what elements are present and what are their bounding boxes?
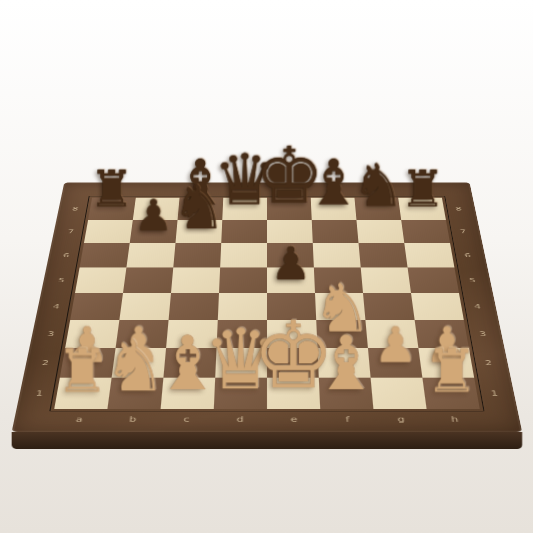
white-rook-glyph: ♜ <box>55 344 108 400</box>
black-pawn-glyph: ♟ <box>133 195 172 236</box>
black-rook-glyph: ♜ <box>89 166 134 213</box>
photo-scene: abcdefgh 87654321 87654321 ♜♝♛♚♝♞♜♟♞♟♞♟♟… <box>0 0 533 533</box>
white-king-glyph: ♚ <box>251 312 334 400</box>
rank-label-5: 5 <box>48 268 75 294</box>
piece-white-bishop-c1[interactable]: ♝ <box>160 378 215 409</box>
piece-black-king-e8[interactable]: ♚ <box>267 198 312 220</box>
piece-white-knight-b1[interactable]: ♞ <box>107 378 163 409</box>
black-king-glyph: ♚ <box>254 140 324 214</box>
piece-black-knight-g8[interactable]: ♞ <box>354 198 401 220</box>
white-rook-glyph: ♜ <box>425 344 478 400</box>
rank-label-7: 7 <box>450 220 475 243</box>
piece-black-rook-h8[interactable]: ♜ <box>398 198 446 220</box>
rank-label-7: 7 <box>58 220 83 243</box>
chess-board: abcdefgh 87654321 87654321 ♜♝♛♚♝♞♜♟♞♟♞♟♟… <box>11 183 522 432</box>
black-rook-glyph: ♜ <box>400 166 445 213</box>
board-front-edge <box>11 432 522 449</box>
rank-label-5: 5 <box>459 268 486 294</box>
black-pawn-glyph: ♟ <box>270 242 311 285</box>
piece-black-rook-a8[interactable]: ♜ <box>88 198 136 220</box>
piece-white-king-e1[interactable]: ♚ <box>267 378 320 409</box>
piece-black-knight-c7[interactable]: ♞ <box>175 220 222 243</box>
black-knight-glyph: ♞ <box>351 157 404 213</box>
rank-label-8: 8 <box>446 198 471 220</box>
piece-white-rook-h1[interactable]: ♜ <box>422 378 479 409</box>
white-knight-glyph: ♞ <box>103 333 166 400</box>
piece-black-pawn-b7[interactable]: ♟ <box>129 220 177 243</box>
rank-label-8: 8 <box>62 198 87 220</box>
rank-label-6: 6 <box>454 243 480 267</box>
piece-black-pawn-e5[interactable]: ♟ <box>267 268 315 294</box>
rank-label-6: 6 <box>53 243 79 267</box>
pieces-layer: ♜♝♛♚♝♞♜♟♞♟♞♟♟♟♟♜♞♝♛♚♝♜ <box>54 198 480 409</box>
black-knight-glyph: ♞ <box>171 179 225 237</box>
